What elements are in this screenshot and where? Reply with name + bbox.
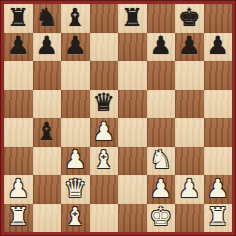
piece-white-bishop-c1[interactable]: ♝	[64, 204, 86, 229]
piece-black-rook-e8[interactable]: ♜	[121, 5, 143, 30]
square-f7[interactable]: ♟	[147, 33, 176, 62]
square-d5[interactable]: ♛	[90, 90, 119, 119]
square-b1[interactable]	[33, 204, 62, 233]
square-g6[interactable]	[175, 61, 204, 90]
square-g8[interactable]: ♚	[175, 4, 204, 33]
piece-black-pawn-b7[interactable]: ♟	[36, 33, 58, 58]
square-f2[interactable]: ♟	[147, 175, 176, 204]
square-e5[interactable]	[118, 90, 147, 119]
square-b6[interactable]	[33, 61, 62, 90]
piece-white-pawn-h2[interactable]: ♟	[207, 176, 229, 201]
square-g7[interactable]: ♟	[175, 33, 204, 62]
square-c3[interactable]: ♟	[61, 147, 90, 176]
square-d3[interactable]: ♝	[90, 147, 119, 176]
square-d2[interactable]	[90, 175, 119, 204]
square-h6[interactable]	[204, 61, 233, 90]
piece-white-rook-h1[interactable]: ♜	[207, 204, 229, 229]
square-h4[interactable]	[204, 118, 233, 147]
piece-black-pawn-g7[interactable]: ♟	[178, 33, 200, 58]
square-b7[interactable]: ♟	[33, 33, 62, 62]
piece-white-rook-a1[interactable]: ♜	[7, 204, 29, 229]
piece-black-pawn-h7[interactable]: ♟	[207, 33, 229, 58]
square-h7[interactable]: ♟	[204, 33, 233, 62]
square-c4[interactable]	[61, 118, 90, 147]
square-g3[interactable]	[175, 147, 204, 176]
piece-white-pawn-a2[interactable]: ♟	[7, 176, 29, 201]
square-d7[interactable]	[90, 33, 119, 62]
square-f4[interactable]	[147, 118, 176, 147]
square-d1[interactable]	[90, 204, 119, 233]
piece-white-queen-c2[interactable]: ♛	[64, 176, 86, 201]
square-a4[interactable]	[4, 118, 33, 147]
piece-black-knight-b8[interactable]: ♞	[36, 5, 58, 30]
square-h2[interactable]: ♟	[204, 175, 233, 204]
square-e3[interactable]	[118, 147, 147, 176]
piece-white-king-f1[interactable]: ♚	[150, 204, 172, 229]
square-e8[interactable]: ♜	[118, 4, 147, 33]
square-b8[interactable]: ♞	[33, 4, 62, 33]
square-f3[interactable]: ♞	[147, 147, 176, 176]
square-h8[interactable]	[204, 4, 233, 33]
square-g2[interactable]: ♟	[175, 175, 204, 204]
square-d6[interactable]	[90, 61, 119, 90]
piece-white-bishop-d3[interactable]: ♝	[93, 147, 115, 172]
piece-white-pawn-f2[interactable]: ♟	[150, 176, 172, 201]
square-c8[interactable]: ♝	[61, 4, 90, 33]
square-h5[interactable]	[204, 90, 233, 119]
square-g5[interactable]	[175, 90, 204, 119]
piece-black-king-g8[interactable]: ♚	[178, 5, 200, 30]
piece-black-queen-d5[interactable]: ♛	[93, 90, 115, 115]
square-a8[interactable]: ♜	[4, 4, 33, 33]
square-c2[interactable]: ♛	[61, 175, 90, 204]
square-h1[interactable]: ♜	[204, 204, 233, 233]
piece-white-pawn-c3[interactable]: ♟	[64, 147, 86, 172]
piece-white-knight-f3[interactable]: ♞	[150, 147, 172, 172]
square-a6[interactable]	[4, 61, 33, 90]
square-f8[interactable]	[147, 4, 176, 33]
square-g4[interactable]	[175, 118, 204, 147]
piece-black-rook-a8[interactable]: ♜	[7, 5, 29, 30]
square-a5[interactable]	[4, 90, 33, 119]
square-c5[interactable]	[61, 90, 90, 119]
square-e4[interactable]	[118, 118, 147, 147]
piece-black-pawn-c7[interactable]: ♟	[64, 33, 86, 58]
square-g1[interactable]	[175, 204, 204, 233]
square-e1[interactable]	[118, 204, 147, 233]
square-d4[interactable]: ♟	[90, 118, 119, 147]
square-a2[interactable]: ♟	[4, 175, 33, 204]
square-c7[interactable]: ♟	[61, 33, 90, 62]
square-c6[interactable]	[61, 61, 90, 90]
piece-black-pawn-f7[interactable]: ♟	[150, 33, 172, 58]
piece-black-bishop-b4[interactable]: ♝	[36, 119, 58, 144]
square-a3[interactable]	[4, 147, 33, 176]
square-a1[interactable]: ♜	[4, 204, 33, 233]
piece-white-pawn-d4[interactable]: ♟	[93, 119, 115, 144]
piece-white-pawn-g2[interactable]: ♟	[178, 176, 200, 201]
square-b5[interactable]	[33, 90, 62, 119]
square-h3[interactable]	[204, 147, 233, 176]
piece-black-pawn-a7[interactable]: ♟	[7, 33, 29, 58]
square-e6[interactable]	[118, 61, 147, 90]
square-d8[interactable]	[90, 4, 119, 33]
board-frame: ♜♞♝♜♚♟♟♟♟♟♟♛♝♟♟♝♞♟♛♟♟♟♜♝♚♜	[0, 0, 236, 236]
square-f5[interactable]	[147, 90, 176, 119]
chess-board: ♜♞♝♜♚♟♟♟♟♟♟♛♝♟♟♝♞♟♛♟♟♟♜♝♚♜	[4, 4, 232, 232]
square-e7[interactable]	[118, 33, 147, 62]
square-b4[interactable]: ♝	[33, 118, 62, 147]
square-c1[interactable]: ♝	[61, 204, 90, 233]
square-f1[interactable]: ♚	[147, 204, 176, 233]
square-a7[interactable]: ♟	[4, 33, 33, 62]
square-f6[interactable]	[147, 61, 176, 90]
square-e2[interactable]	[118, 175, 147, 204]
square-b3[interactable]	[33, 147, 62, 176]
piece-black-bishop-c8[interactable]: ♝	[64, 5, 86, 30]
square-b2[interactable]	[33, 175, 62, 204]
